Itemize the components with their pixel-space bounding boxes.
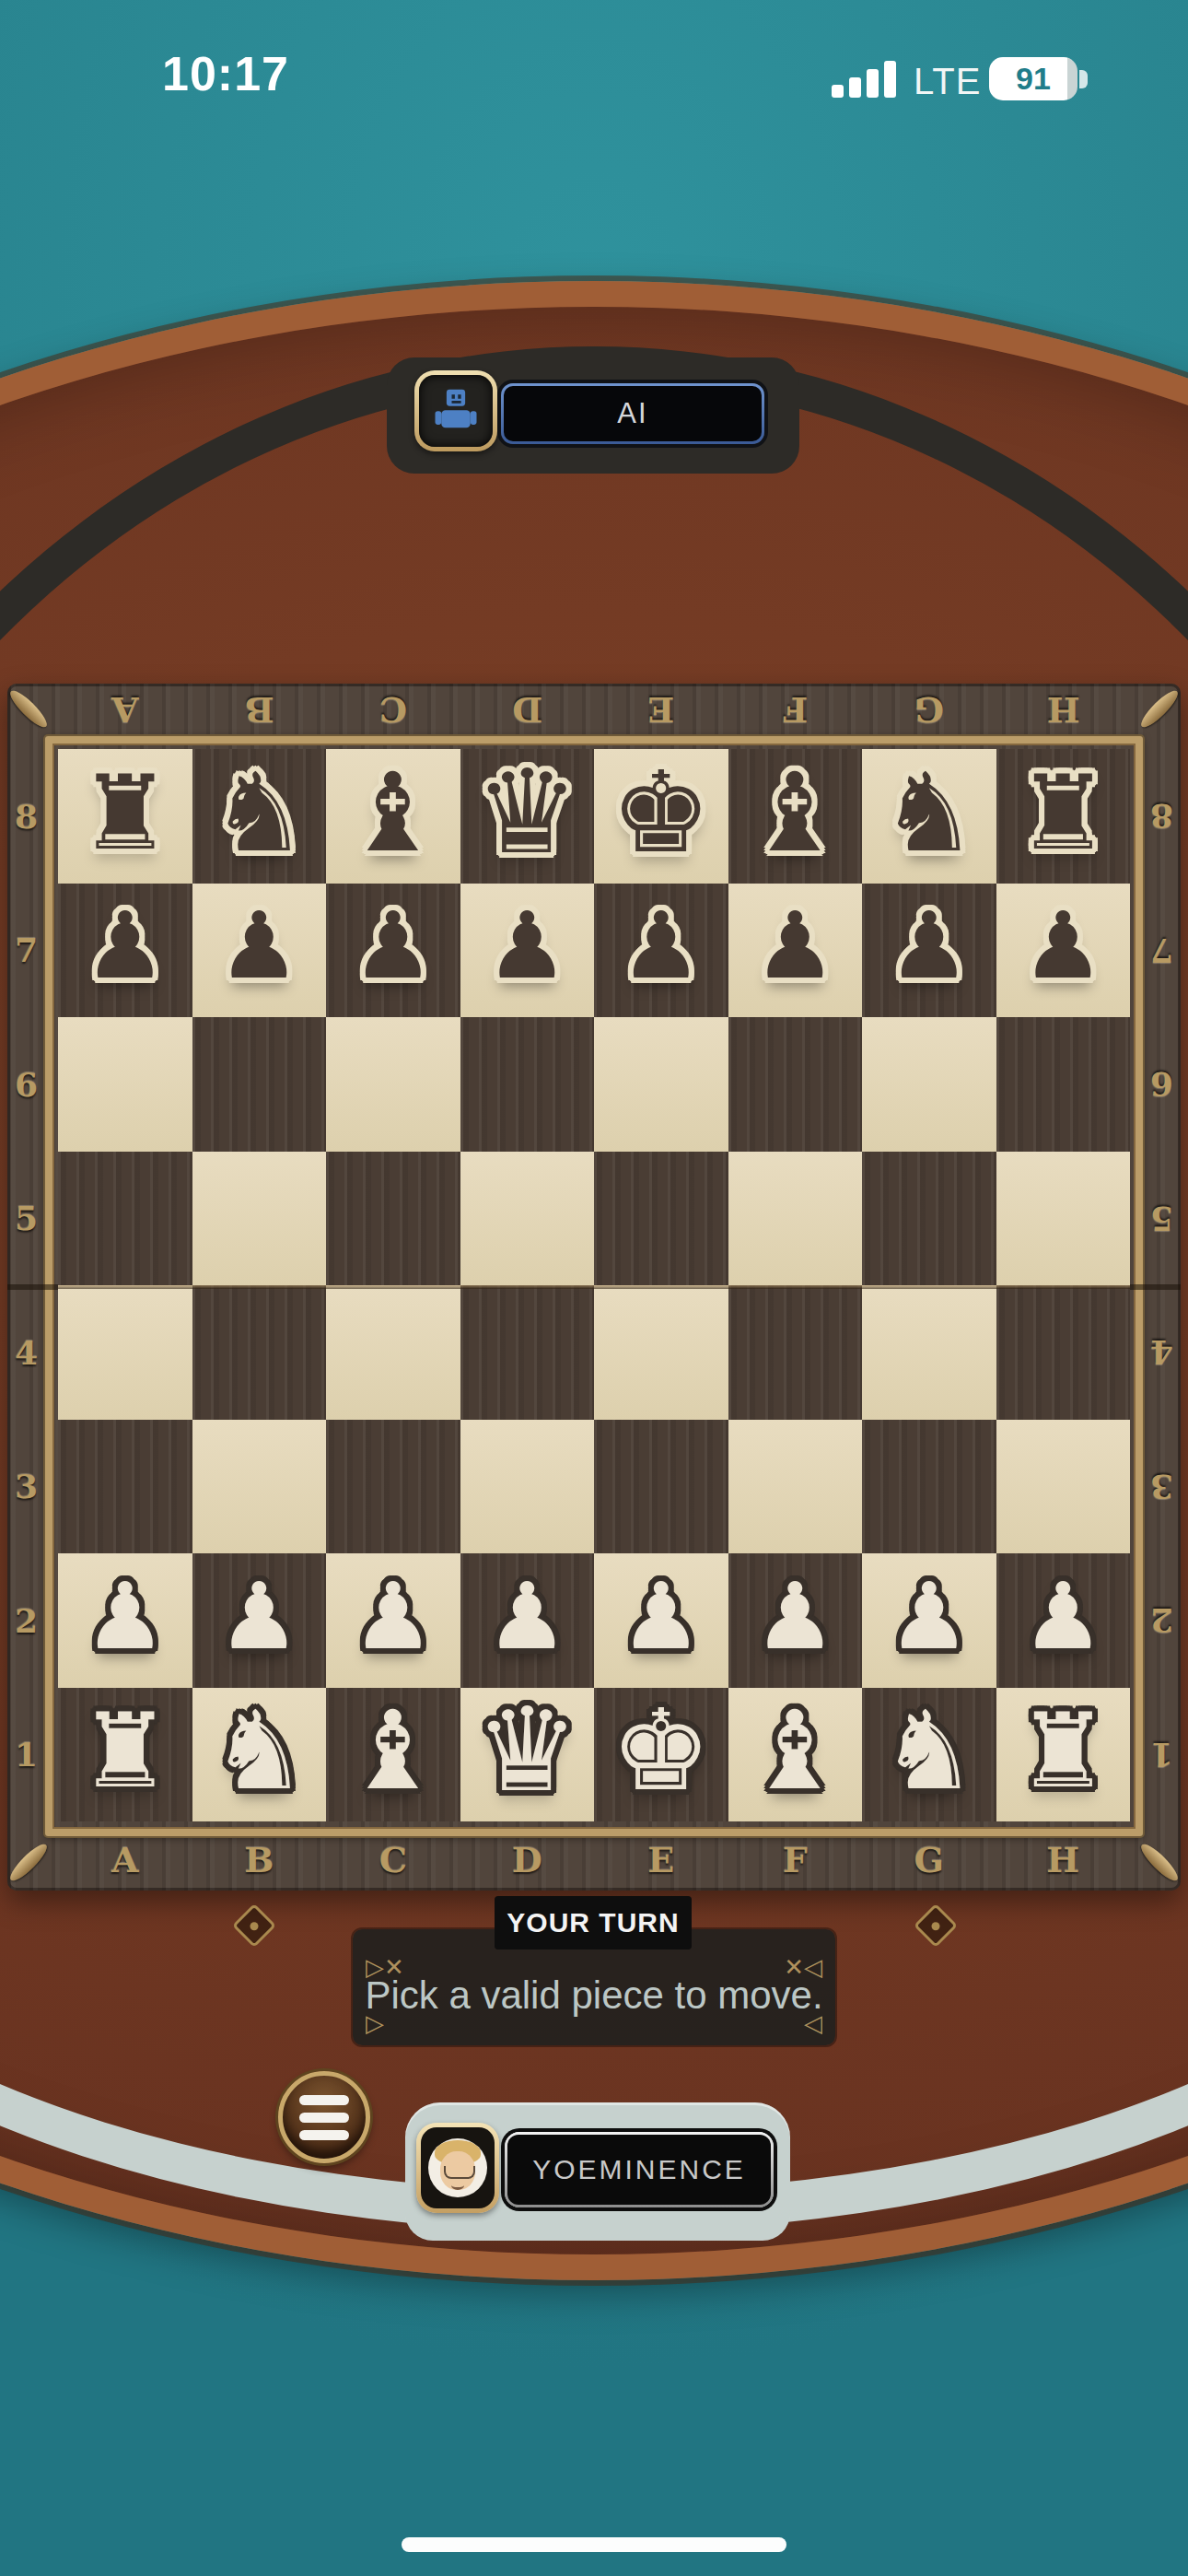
rank-label-1: 1 xyxy=(0,1688,52,1822)
square-h7[interactable]: ♟ xyxy=(996,884,1131,1018)
square-f6[interactable] xyxy=(728,1017,863,1152)
square-a4[interactable] xyxy=(58,1285,192,1420)
board-fold-seam xyxy=(58,1285,1130,1289)
square-d5[interactable] xyxy=(460,1152,595,1286)
rank-label-3: 3 xyxy=(1136,1420,1188,1554)
white-rook: ♜ xyxy=(79,1699,171,1802)
rank-label-2: 2 xyxy=(0,1553,52,1688)
white-pawn: ♟ xyxy=(217,1571,300,1663)
black-rook: ♜ xyxy=(79,761,171,864)
square-h8[interactable]: ♜ xyxy=(996,749,1131,884)
square-c2[interactable]: ♟ xyxy=(326,1553,460,1688)
hint-message: Pick a valid piece to move. xyxy=(365,1973,822,2018)
black-rook: ♜ xyxy=(1017,761,1109,864)
square-e5[interactable] xyxy=(594,1152,728,1286)
white-knight: ♞ xyxy=(880,1696,978,1805)
square-f5[interactable] xyxy=(728,1152,863,1286)
white-king: ♚ xyxy=(611,1694,711,1807)
square-c4[interactable] xyxy=(326,1285,460,1420)
network-type-label: LTE xyxy=(914,61,981,102)
black-pawn: ♟ xyxy=(620,900,703,992)
square-e2[interactable]: ♟ xyxy=(594,1553,728,1688)
file-label-f: F xyxy=(728,1832,863,1887)
square-g8[interactable]: ♞ xyxy=(862,749,996,884)
square-g1[interactable]: ♞ xyxy=(862,1688,996,1822)
file-label-e: E xyxy=(594,684,728,737)
white-bishop: ♝ xyxy=(344,1696,442,1805)
square-e3[interactable] xyxy=(594,1420,728,1554)
home-indicator[interactable] xyxy=(402,2537,786,2552)
file-label-b: B xyxy=(192,684,327,737)
square-h1[interactable]: ♜ xyxy=(996,1688,1131,1822)
square-h3[interactable] xyxy=(996,1420,1131,1554)
rank-label-7: 7 xyxy=(1136,884,1188,1018)
file-label-d: D xyxy=(460,1832,595,1887)
square-f8[interactable]: ♝ xyxy=(728,749,863,884)
square-g2[interactable]: ♟ xyxy=(862,1553,996,1688)
file-label-h: H xyxy=(996,1832,1131,1887)
square-b8[interactable]: ♞ xyxy=(192,749,327,884)
status-time: 10:17 xyxy=(138,46,313,101)
player-avatar xyxy=(416,2123,499,2213)
white-pawn: ♟ xyxy=(84,1571,167,1663)
corner-flourish-icon: ✕◁ xyxy=(784,1953,822,1982)
square-b2[interactable]: ♟ xyxy=(192,1553,327,1688)
table-ornament-icon xyxy=(228,1900,280,1951)
file-label-c: C xyxy=(326,684,460,737)
square-d4[interactable] xyxy=(460,1285,595,1420)
rank-label-2: 2 xyxy=(1136,1553,1188,1688)
battery-nub xyxy=(1079,70,1088,88)
square-e1[interactable]: ♚ xyxy=(594,1688,728,1822)
rank-label-6: 6 xyxy=(1136,1017,1188,1152)
square-f7[interactable]: ♟ xyxy=(728,884,863,1018)
black-king: ♚ xyxy=(611,756,711,869)
white-bishop: ♝ xyxy=(746,1696,844,1805)
file-label-e: E xyxy=(594,1832,728,1887)
black-pawn: ♟ xyxy=(1021,900,1104,992)
menu-button[interactable] xyxy=(278,2071,370,2163)
screen: 10:17 LTE 91 xyxy=(0,0,1188,2576)
black-pawn: ♟ xyxy=(753,900,836,992)
square-g4[interactable] xyxy=(862,1285,996,1420)
square-d3[interactable] xyxy=(460,1420,595,1554)
black-queen: ♛ xyxy=(475,755,579,871)
player-name: YOEMINENCE xyxy=(532,2154,746,2185)
rank-label-3: 3 xyxy=(0,1420,52,1554)
white-queen: ♛ xyxy=(475,1692,579,1809)
square-b6[interactable] xyxy=(192,1017,327,1152)
black-pawn: ♟ xyxy=(217,900,300,992)
player-name-pill: YOEMINENCE xyxy=(505,2132,774,2207)
rank-label-5: 5 xyxy=(1136,1152,1188,1286)
square-d6[interactable] xyxy=(460,1017,595,1152)
square-g7[interactable]: ♟ xyxy=(862,884,996,1018)
rank-label-1: 1 xyxy=(1136,1688,1188,1822)
white-pawn: ♟ xyxy=(485,1571,568,1663)
white-pawn: ♟ xyxy=(1021,1571,1104,1663)
white-pawn: ♟ xyxy=(888,1571,971,1663)
file-label-g: G xyxy=(862,1832,996,1887)
file-label-d: D xyxy=(460,684,595,737)
white-pawn: ♟ xyxy=(620,1571,703,1663)
square-a8[interactable]: ♜ xyxy=(58,749,192,884)
square-c5[interactable] xyxy=(326,1152,460,1286)
square-h2[interactable]: ♟ xyxy=(996,1553,1131,1688)
rank-label-8: 8 xyxy=(1136,749,1188,884)
square-c8[interactable]: ♝ xyxy=(326,749,460,884)
corner-flourish-icon: ▷✕ xyxy=(366,1953,404,1982)
battery-icon: 91 xyxy=(989,57,1077,100)
square-e4[interactable] xyxy=(594,1285,728,1420)
square-a5[interactable] xyxy=(58,1152,192,1286)
file-label-b: B xyxy=(192,1832,327,1887)
square-a1[interactable]: ♜ xyxy=(58,1688,192,1822)
square-a6[interactable] xyxy=(58,1017,192,1152)
frame-hinge-left xyxy=(7,1284,58,1290)
square-a7[interactable]: ♟ xyxy=(58,884,192,1018)
white-rook: ♜ xyxy=(1017,1699,1109,1802)
square-f1[interactable]: ♝ xyxy=(728,1688,863,1822)
rank-label-6: 6 xyxy=(0,1017,52,1152)
rank-label-7: 7 xyxy=(0,884,52,1018)
memoji-face-icon xyxy=(428,2138,487,2197)
black-knight: ♞ xyxy=(880,758,978,867)
turn-banner-label: YOUR TURN xyxy=(507,1907,679,1938)
white-pawn: ♟ xyxy=(352,1571,435,1663)
file-label-g: G xyxy=(862,684,996,737)
rank-label-4: 4 xyxy=(1136,1285,1188,1420)
square-a2[interactable]: ♟ xyxy=(58,1553,192,1688)
file-label-a: A xyxy=(58,1832,192,1887)
square-h6[interactable] xyxy=(996,1017,1131,1152)
white-pawn: ♟ xyxy=(753,1571,836,1663)
square-d1[interactable]: ♛ xyxy=(460,1688,595,1822)
file-label-c: C xyxy=(326,1832,460,1887)
black-bishop: ♝ xyxy=(344,758,442,867)
file-labels-top: ABCDEFGH xyxy=(58,684,1130,737)
table-ornament-icon xyxy=(910,1900,961,1951)
square-c7[interactable]: ♟ xyxy=(326,884,460,1018)
black-pawn: ♟ xyxy=(888,900,971,992)
square-a3[interactable] xyxy=(58,1420,192,1554)
square-e7[interactable]: ♟ xyxy=(594,884,728,1018)
square-g5[interactable] xyxy=(862,1152,996,1286)
square-d8[interactable]: ♛ xyxy=(460,749,595,884)
file-label-a: A xyxy=(58,684,192,737)
square-h4[interactable] xyxy=(996,1285,1131,1420)
black-pawn: ♟ xyxy=(352,900,435,992)
frame-hinge-right xyxy=(1130,1284,1181,1290)
battery-percent: 91 xyxy=(1016,61,1051,97)
opponent-avatar xyxy=(414,370,497,451)
square-b1[interactable]: ♞ xyxy=(192,1688,327,1822)
square-b3[interactable] xyxy=(192,1420,327,1554)
square-d7[interactable]: ♟ xyxy=(460,884,595,1018)
opponent-name: AI xyxy=(617,397,647,430)
rank-label-5: 5 xyxy=(0,1152,52,1286)
black-knight: ♞ xyxy=(210,758,308,867)
robot-icon xyxy=(431,384,481,438)
square-c3[interactable] xyxy=(326,1420,460,1554)
rank-label-4: 4 xyxy=(0,1285,52,1420)
square-c1[interactable]: ♝ xyxy=(326,1688,460,1822)
square-b7[interactable]: ♟ xyxy=(192,884,327,1018)
turn-banner: YOUR TURN xyxy=(495,1896,692,1950)
opponent-name-pill: AI xyxy=(501,383,764,444)
square-f2[interactable]: ♟ xyxy=(728,1553,863,1688)
black-pawn: ♟ xyxy=(84,900,167,992)
square-d2[interactable]: ♟ xyxy=(460,1553,595,1688)
white-knight: ♞ xyxy=(210,1696,308,1805)
table-top-arc-groove xyxy=(0,276,1188,709)
signal-strength-icon xyxy=(832,59,902,98)
file-label-h: H xyxy=(996,684,1131,737)
corner-flourish-icon: ◁ xyxy=(804,2009,822,2038)
file-label-f: F xyxy=(728,684,863,737)
square-g3[interactable] xyxy=(862,1420,996,1554)
square-b4[interactable] xyxy=(192,1285,327,1420)
square-b5[interactable] xyxy=(192,1152,327,1286)
rank-label-8: 8 xyxy=(0,749,52,884)
square-h5[interactable] xyxy=(996,1152,1131,1286)
square-e8[interactable]: ♚ xyxy=(594,749,728,884)
square-f3[interactable] xyxy=(728,1420,863,1554)
corner-flourish-icon: ▷ xyxy=(366,2009,384,2038)
square-g6[interactable] xyxy=(862,1017,996,1152)
square-f4[interactable] xyxy=(728,1285,863,1420)
file-labels-bottom: ABCDEFGH xyxy=(58,1832,1130,1887)
square-c6[interactable] xyxy=(326,1017,460,1152)
black-pawn: ♟ xyxy=(485,900,568,992)
black-bishop: ♝ xyxy=(746,758,844,867)
square-e6[interactable] xyxy=(594,1017,728,1152)
